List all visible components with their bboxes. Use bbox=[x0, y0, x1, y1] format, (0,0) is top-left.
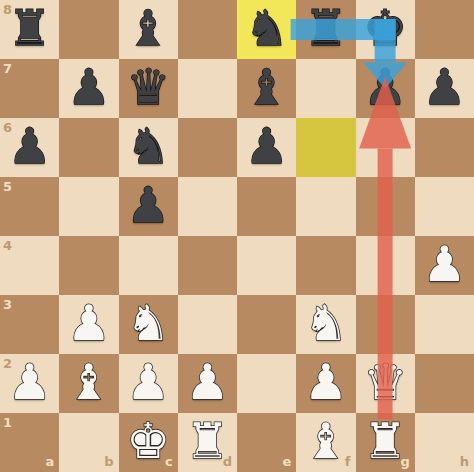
square-h6[interactable] bbox=[415, 118, 474, 177]
square-f7[interactable] bbox=[296, 59, 355, 118]
square-c8[interactable]: ♝ bbox=[119, 0, 178, 59]
file-label-h: h bbox=[460, 454, 469, 469]
square-h7[interactable]: ♟ bbox=[415, 59, 474, 118]
square-h4[interactable]: ♟ bbox=[415, 236, 474, 295]
square-f5[interactable] bbox=[296, 177, 355, 236]
black-rook-a8[interactable]: ♜ bbox=[0, 0, 59, 59]
square-e4[interactable] bbox=[237, 236, 296, 295]
white-rook-d1[interactable]: ♜ bbox=[178, 413, 237, 472]
square-g1[interactable]: g♜ bbox=[356, 413, 415, 472]
square-a6[interactable]: 6♟ bbox=[0, 118, 59, 177]
square-h3[interactable] bbox=[415, 295, 474, 354]
square-f1[interactable]: f♝ bbox=[296, 413, 355, 472]
square-b4[interactable] bbox=[59, 236, 118, 295]
black-pawn-e6[interactable]: ♟ bbox=[237, 118, 296, 177]
white-pawn-h4[interactable]: ♟ bbox=[415, 236, 474, 295]
white-pawn-b3[interactable]: ♟ bbox=[59, 295, 118, 354]
square-d4[interactable] bbox=[178, 236, 237, 295]
black-pawn-c5[interactable]: ♟ bbox=[119, 177, 178, 236]
white-knight-f3[interactable]: ♞ bbox=[296, 295, 355, 354]
file-label-b: b bbox=[104, 454, 113, 469]
square-e3[interactable] bbox=[237, 295, 296, 354]
black-knight-c6[interactable]: ♞ bbox=[119, 118, 178, 177]
square-b3[interactable]: ♟ bbox=[59, 295, 118, 354]
square-a1[interactable]: 1a bbox=[0, 413, 59, 472]
square-c6[interactable]: ♞ bbox=[119, 118, 178, 177]
rank-label-3: 3 bbox=[3, 297, 12, 312]
chess-board[interactable]: 8♜♝♞♜♚7♟♛♝♟♟6♟♞♟5♟4♟3♟♞♞2♟♝♟♟♟♛1abc♚d♜ef… bbox=[0, 0, 474, 472]
black-king-g8[interactable]: ♚ bbox=[356, 0, 415, 59]
square-g5[interactable] bbox=[356, 177, 415, 236]
square-e6[interactable]: ♟ bbox=[237, 118, 296, 177]
square-h1[interactable]: h bbox=[415, 413, 474, 472]
square-b5[interactable] bbox=[59, 177, 118, 236]
square-h8[interactable] bbox=[415, 0, 474, 59]
square-h2[interactable] bbox=[415, 354, 474, 413]
rank-label-7: 7 bbox=[3, 61, 12, 76]
square-a3[interactable]: 3 bbox=[0, 295, 59, 354]
square-e8[interactable]: ♞ bbox=[237, 0, 296, 59]
file-label-e: e bbox=[282, 454, 291, 469]
black-pawn-g7[interactable]: ♟ bbox=[356, 59, 415, 118]
square-b8[interactable] bbox=[59, 0, 118, 59]
square-h5[interactable] bbox=[415, 177, 474, 236]
square-e5[interactable] bbox=[237, 177, 296, 236]
square-d3[interactable] bbox=[178, 295, 237, 354]
white-bishop-f1[interactable]: ♝ bbox=[296, 413, 355, 472]
square-e2[interactable] bbox=[237, 354, 296, 413]
square-g4[interactable] bbox=[356, 236, 415, 295]
square-a4[interactable]: 4 bbox=[0, 236, 59, 295]
white-queen-g2[interactable]: ♛ bbox=[356, 354, 415, 413]
square-c5[interactable]: ♟ bbox=[119, 177, 178, 236]
square-g3[interactable] bbox=[356, 295, 415, 354]
square-d6[interactable] bbox=[178, 118, 237, 177]
square-f3[interactable]: ♞ bbox=[296, 295, 355, 354]
square-c4[interactable] bbox=[119, 236, 178, 295]
square-d8[interactable] bbox=[178, 0, 237, 59]
square-g8[interactable]: ♚ bbox=[356, 0, 415, 59]
square-a5[interactable]: 5 bbox=[0, 177, 59, 236]
square-e1[interactable]: e bbox=[237, 413, 296, 472]
square-a8[interactable]: 8♜ bbox=[0, 0, 59, 59]
square-b2[interactable]: ♝ bbox=[59, 354, 118, 413]
square-c2[interactable]: ♟ bbox=[119, 354, 178, 413]
square-f2[interactable]: ♟ bbox=[296, 354, 355, 413]
square-e7[interactable]: ♝ bbox=[237, 59, 296, 118]
white-rook-g1[interactable]: ♜ bbox=[356, 413, 415, 472]
black-pawn-b7[interactable]: ♟ bbox=[59, 59, 118, 118]
black-bishop-e7[interactable]: ♝ bbox=[237, 59, 296, 118]
square-g6[interactable] bbox=[356, 118, 415, 177]
square-b6[interactable] bbox=[59, 118, 118, 177]
square-b1[interactable]: b bbox=[59, 413, 118, 472]
square-c3[interactable]: ♞ bbox=[119, 295, 178, 354]
black-bishop-c8[interactable]: ♝ bbox=[119, 0, 178, 59]
square-b7[interactable]: ♟ bbox=[59, 59, 118, 118]
white-pawn-c2[interactable]: ♟ bbox=[119, 354, 178, 413]
square-f8[interactable]: ♜ bbox=[296, 0, 355, 59]
square-c7[interactable]: ♛ bbox=[119, 59, 178, 118]
square-a2[interactable]: 2♟ bbox=[0, 354, 59, 413]
black-queen-c7[interactable]: ♛ bbox=[119, 59, 178, 118]
square-d7[interactable] bbox=[178, 59, 237, 118]
square-d5[interactable] bbox=[178, 177, 237, 236]
black-rook-f8[interactable]: ♜ bbox=[296, 0, 355, 59]
square-c1[interactable]: c♚ bbox=[119, 413, 178, 472]
black-pawn-a6[interactable]: ♟ bbox=[0, 118, 59, 177]
square-f6[interactable] bbox=[296, 118, 355, 177]
file-label-a: a bbox=[45, 454, 54, 469]
white-knight-c3[interactable]: ♞ bbox=[119, 295, 178, 354]
chess-board-screenshot: 8♜♝♞♜♚7♟♛♝♟♟6♟♞♟5♟4♟3♟♞♞2♟♝♟♟♟♛1abc♚d♜ef… bbox=[0, 0, 474, 472]
rank-label-1: 1 bbox=[3, 415, 12, 430]
white-bishop-b2[interactable]: ♝ bbox=[59, 354, 118, 413]
rank-label-5: 5 bbox=[3, 179, 12, 194]
rank-label-4: 4 bbox=[3, 238, 12, 253]
white-king-c1[interactable]: ♚ bbox=[119, 413, 178, 472]
square-g7[interactable]: ♟ bbox=[356, 59, 415, 118]
white-pawn-f2[interactable]: ♟ bbox=[296, 354, 355, 413]
black-knight-e8[interactable]: ♞ bbox=[237, 0, 296, 59]
square-f4[interactable] bbox=[296, 236, 355, 295]
white-pawn-a2[interactable]: ♟ bbox=[0, 354, 59, 413]
square-d2[interactable]: ♟ bbox=[178, 354, 237, 413]
square-a7[interactable]: 7 bbox=[0, 59, 59, 118]
square-d1[interactable]: d♜ bbox=[178, 413, 237, 472]
black-pawn-h7[interactable]: ♟ bbox=[415, 59, 474, 118]
square-g2[interactable]: ♛ bbox=[356, 354, 415, 413]
white-pawn-d2[interactable]: ♟ bbox=[178, 354, 237, 413]
